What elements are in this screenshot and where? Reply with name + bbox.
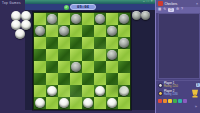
square-c7[interactable]: [58, 25, 70, 37]
square-b6[interactable]: [46, 37, 58, 49]
move-timer: 05:04: [70, 4, 96, 10]
white-piece[interactable]: [59, 98, 69, 108]
square-a4: [34, 61, 46, 73]
turn-indicator-icon: ✓: [64, 5, 69, 10]
captured-white-piece: [21, 20, 31, 30]
player2-rating: Rating 1180: [164, 93, 178, 96]
gray-piece[interactable]: [59, 26, 69, 36]
square-b7: [46, 25, 58, 37]
square-f4[interactable]: [94, 61, 106, 73]
square-f8[interactable]: [94, 13, 106, 25]
emoji-button-5[interactable]: [178, 99, 182, 103]
emoji-button-2[interactable]: [163, 99, 167, 103]
square-g3[interactable]: [106, 73, 118, 85]
square-h8[interactable]: [118, 13, 130, 25]
emoji-palette: [158, 99, 187, 103]
square-c6: [58, 37, 70, 49]
square-d8[interactable]: [70, 13, 82, 25]
app-logo-icon: [158, 1, 163, 6]
square-c2: [58, 85, 70, 97]
square-h7: [118, 25, 130, 37]
square-b8[interactable]: [46, 13, 58, 25]
square-g2: [106, 85, 118, 97]
square-d7: [70, 25, 82, 37]
square-g4: [106, 61, 118, 73]
player1-rating: Rating 1250: [164, 85, 178, 88]
square-h3: [118, 73, 130, 85]
sidebar-title: Checkers: [165, 2, 178, 6]
close-icon[interactable]: ×: [196, 2, 198, 6]
captured-gray-piece: [132, 11, 141, 20]
square-d6[interactable]: [70, 37, 82, 49]
emoji-button-1[interactable]: [158, 99, 162, 103]
square-b4[interactable]: [46, 61, 58, 73]
emoji-button-6[interactable]: [183, 99, 187, 103]
captured-gray-piece: [141, 11, 150, 20]
square-d5: [70, 49, 82, 61]
square-e2: [82, 85, 94, 97]
gray-piece[interactable]: [71, 14, 81, 24]
player2-avatar: [158, 91, 163, 96]
square-g8: [106, 13, 118, 25]
window-controls[interactable]: – □ ×: [143, 0, 153, 3]
button-icon[interactable]: ◻: [168, 8, 174, 12]
square-e4: [82, 61, 94, 73]
square-c5[interactable]: [58, 49, 70, 61]
square-f2[interactable]: [94, 85, 106, 97]
square-g7[interactable]: [106, 25, 118, 37]
square-e1[interactable]: [82, 97, 94, 109]
checkers-board: [33, 12, 131, 110]
timer-value: 05:04: [77, 5, 89, 9]
gray-piece[interactable]: [107, 26, 117, 36]
gear-icon[interactable]: ⚙: [176, 8, 179, 11]
pager-arrow[interactable]: »: [195, 105, 197, 109]
square-a1[interactable]: [34, 97, 46, 109]
square-h4[interactable]: [118, 61, 130, 73]
square-f1: [94, 97, 106, 109]
square-a5[interactable]: [34, 49, 46, 61]
square-a6: [34, 37, 46, 49]
player1-avatar: [158, 83, 163, 88]
gray-piece[interactable]: [35, 26, 45, 36]
desktop-label: Top Games: [2, 1, 21, 5]
square-b1: [46, 97, 58, 109]
square-d3: [70, 73, 82, 85]
player-row-2[interactable]: Player 2 Rating 1180: [158, 89, 200, 97]
square-b2[interactable]: [46, 85, 58, 97]
gray-piece[interactable]: [95, 14, 105, 24]
square-d4[interactable]: [70, 61, 82, 73]
white-piece[interactable]: [95, 86, 105, 96]
square-e7[interactable]: [82, 25, 94, 37]
pencil-icon[interactable]: ✎: [163, 8, 166, 11]
square-g5[interactable]: [106, 49, 118, 61]
grid-icon[interactable]: ▦: [158, 8, 161, 11]
white-piece[interactable]: [47, 86, 57, 96]
square-e3[interactable]: [82, 73, 94, 85]
square-h6[interactable]: [118, 37, 130, 49]
gray-piece[interactable]: [47, 14, 57, 24]
square-c8: [58, 13, 70, 25]
sidebar-header: Checkers ×: [156, 0, 200, 7]
square-h2[interactable]: [118, 85, 130, 97]
square-a3[interactable]: [34, 73, 46, 85]
square-a8: [34, 13, 46, 25]
square-d2[interactable]: [70, 85, 82, 97]
chat-sidebar: Checkers × ▦✎◻⚙? Player 1 Rating 1250 3 …: [155, 0, 200, 113]
square-a7[interactable]: [34, 25, 46, 37]
captured-white-piece: [15, 29, 25, 39]
white-piece[interactable]: [107, 98, 117, 108]
square-c3[interactable]: [58, 73, 70, 85]
trophy-icon: [190, 89, 200, 98]
square-c4: [58, 61, 70, 73]
help-icon[interactable]: ?: [181, 8, 183, 11]
square-e5[interactable]: [82, 49, 94, 61]
square-e6: [82, 37, 94, 49]
gray-piece[interactable]: [119, 14, 129, 24]
gray-piece[interactable]: [71, 62, 81, 72]
square-g6: [106, 37, 118, 49]
square-f7: [94, 25, 106, 37]
square-a2: [34, 85, 46, 97]
screen: Top Games – □ × ✓ 05:04 Checkers × ▦✎◻⚙?…: [0, 0, 200, 113]
white-piece[interactable]: [83, 98, 93, 108]
square-b5: [46, 49, 58, 61]
square-d1: [70, 97, 82, 109]
emoji-button-4[interactable]: [173, 99, 177, 103]
square-h5: [118, 49, 130, 61]
sidebar-toolbar: ▦✎◻⚙?: [156, 7, 200, 13]
square-g1[interactable]: [106, 97, 118, 109]
square-f6[interactable]: [94, 37, 106, 49]
square-b3: [46, 73, 58, 85]
square-c1[interactable]: [58, 97, 70, 109]
player1-badge[interactable]: 3: [196, 83, 200, 87]
white-piece[interactable]: [119, 86, 129, 96]
white-piece[interactable]: [35, 98, 45, 108]
gray-piece[interactable]: [107, 50, 117, 60]
gray-piece[interactable]: [119, 38, 129, 48]
square-e8: [82, 13, 94, 25]
square-h1: [118, 97, 130, 109]
chat-message-area[interactable]: [158, 13, 200, 79]
emoji-button-3[interactable]: [168, 99, 172, 103]
square-f3: [94, 73, 106, 85]
square-f5: [94, 49, 106, 61]
